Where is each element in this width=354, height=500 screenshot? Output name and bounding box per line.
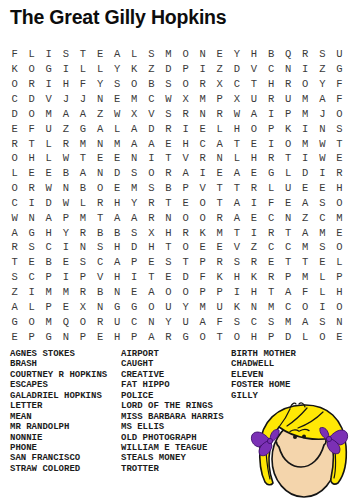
grid-cell[interactable]: I xyxy=(23,196,40,211)
grid-cell[interactable]: V xyxy=(245,62,262,77)
grid-cell[interactable]: L xyxy=(6,166,23,181)
grid-cell[interactable]: S xyxy=(314,314,331,329)
grid-cell[interactable]: M xyxy=(40,106,57,121)
grid-cell[interactable]: M xyxy=(297,106,314,121)
grid-cell[interactable]: O xyxy=(228,329,245,344)
grid-cell[interactable]: H xyxy=(40,225,57,240)
grid-cell[interactable]: M xyxy=(194,299,211,314)
grid-cell[interactable]: A xyxy=(228,166,245,181)
grid-cell[interactable]: Z xyxy=(211,62,228,77)
grid-cell[interactable]: O xyxy=(92,181,109,196)
grid-cell[interactable]: H xyxy=(245,285,262,300)
grid-cell[interactable]: D xyxy=(6,106,23,121)
grid-cell[interactable]: R xyxy=(263,225,280,240)
grid-cell[interactable]: R xyxy=(263,92,280,107)
grid-cell[interactable]: O xyxy=(23,62,40,77)
grid-cell[interactable]: R xyxy=(143,196,160,211)
grid-cell[interactable]: P xyxy=(57,210,74,225)
grid-cell[interactable]: P xyxy=(74,329,91,344)
grid-cell[interactable]: S xyxy=(263,314,280,329)
grid-cell[interactable]: T xyxy=(143,270,160,285)
grid-cell[interactable]: M xyxy=(160,47,177,62)
grid-cell[interactable]: F xyxy=(74,77,91,92)
grid-cell[interactable]: M xyxy=(211,225,228,240)
grid-cell[interactable]: A xyxy=(57,106,74,121)
grid-cell[interactable]: M xyxy=(297,240,314,255)
grid-cell[interactable]: F xyxy=(297,285,314,300)
grid-cell[interactable]: O xyxy=(6,151,23,166)
grid-cell[interactable]: R xyxy=(211,106,228,121)
grid-cell[interactable]: H xyxy=(245,47,262,62)
grid-cell[interactable]: U xyxy=(160,299,177,314)
grid-cell[interactable]: N xyxy=(194,47,211,62)
grid-cell[interactable]: R xyxy=(6,136,23,151)
grid-cell[interactable]: S xyxy=(160,77,177,92)
grid-cell[interactable]: H xyxy=(245,329,262,344)
grid-cell[interactable]: G xyxy=(74,121,91,136)
grid-cell[interactable]: M xyxy=(74,136,91,151)
grid-cell[interactable]: Z xyxy=(6,285,23,300)
grid-cell[interactable]: R xyxy=(160,329,177,344)
grid-cell[interactable]: C xyxy=(263,62,280,77)
grid-cell[interactable]: O xyxy=(177,240,194,255)
grid-cell[interactable]: F xyxy=(263,196,280,211)
grid-cell[interactable]: P xyxy=(40,299,57,314)
grid-cell[interactable]: T xyxy=(228,225,245,240)
grid-cell[interactable]: I xyxy=(314,299,331,314)
grid-cell[interactable]: D xyxy=(228,62,245,77)
grid-cell[interactable]: M xyxy=(194,92,211,107)
grid-cell[interactable]: I xyxy=(57,270,74,285)
grid-cell[interactable]: K xyxy=(126,62,143,77)
grid-cell[interactable]: I xyxy=(297,62,314,77)
grid-cell[interactable]: L xyxy=(331,255,348,270)
grid-cell[interactable]: K xyxy=(245,270,262,285)
grid-cell[interactable]: P xyxy=(194,255,211,270)
grid-cell[interactable]: E xyxy=(263,255,280,270)
grid-cell[interactable]: D xyxy=(126,240,143,255)
grid-cell[interactable]: N xyxy=(194,106,211,121)
grid-cell[interactable]: G xyxy=(6,314,23,329)
grid-cell[interactable]: W xyxy=(109,106,126,121)
grid-cell[interactable]: R xyxy=(74,285,91,300)
grid-cell[interactable]: O xyxy=(74,314,91,329)
grid-cell[interactable]: I xyxy=(228,285,245,300)
grid-cell[interactable]: N xyxy=(211,151,228,166)
grid-cell[interactable]: H xyxy=(109,270,126,285)
grid-cell[interactable]: O xyxy=(245,121,262,136)
grid-cell[interactable]: Y xyxy=(160,314,177,329)
grid-cell[interactable]: T xyxy=(297,255,314,270)
grid-cell[interactable]: V xyxy=(92,270,109,285)
grid-cell[interactable]: O xyxy=(177,77,194,92)
grid-cell[interactable]: O xyxy=(23,106,40,121)
grid-cell[interactable]: E xyxy=(126,285,143,300)
grid-cell[interactable]: C xyxy=(194,136,211,151)
grid-cell[interactable]: T xyxy=(177,255,194,270)
grid-cell[interactable]: H xyxy=(228,121,245,136)
grid-cell[interactable]: J xyxy=(57,92,74,107)
grid-cell[interactable]: S xyxy=(143,47,160,62)
grid-cell[interactable]: T xyxy=(92,210,109,225)
grid-cell[interactable]: I xyxy=(143,151,160,166)
grid-cell[interactable]: C xyxy=(280,240,297,255)
grid-cell[interactable]: P xyxy=(177,181,194,196)
grid-cell[interactable]: H xyxy=(245,151,262,166)
grid-cell[interactable]: V xyxy=(228,240,245,255)
grid-cell[interactable]: G xyxy=(126,299,143,314)
grid-cell[interactable]: E xyxy=(109,181,126,196)
grid-cell[interactable]: L xyxy=(314,285,331,300)
grid-cell[interactable]: A xyxy=(245,106,262,121)
grid-cell[interactable]: O xyxy=(331,299,348,314)
grid-cell[interactable]: Z xyxy=(57,121,74,136)
grid-cell[interactable]: I xyxy=(263,136,280,151)
grid-cell[interactable]: H xyxy=(228,270,245,285)
grid-cell[interactable]: L xyxy=(297,329,314,344)
grid-cell[interactable]: U xyxy=(109,314,126,329)
grid-cell[interactable]: T xyxy=(23,136,40,151)
grid-cell[interactable]: G xyxy=(23,225,40,240)
grid-cell[interactable]: D xyxy=(160,62,177,77)
grid-cell[interactable]: R xyxy=(211,255,228,270)
grid-cell[interactable]: B xyxy=(109,225,126,240)
grid-cell[interactable]: O xyxy=(331,240,348,255)
grid-cell[interactable]: X xyxy=(211,77,228,92)
grid-cell[interactable]: I xyxy=(23,285,40,300)
grid-cell[interactable]: L xyxy=(109,121,126,136)
grid-cell[interactable]: U xyxy=(211,299,228,314)
grid-cell[interactable]: M xyxy=(40,314,57,329)
grid-cell[interactable]: L xyxy=(23,47,40,62)
grid-cell[interactable]: E xyxy=(211,166,228,181)
grid-cell[interactable]: H xyxy=(331,285,348,300)
grid-cell[interactable]: S xyxy=(57,47,74,62)
grid-cell[interactable]: L xyxy=(92,62,109,77)
grid-cell[interactable]: Y xyxy=(177,299,194,314)
grid-cell[interactable]: H xyxy=(177,136,194,151)
grid-cell[interactable]: M xyxy=(297,136,314,151)
grid-cell[interactable]: Y xyxy=(57,225,74,240)
grid-cell[interactable]: R xyxy=(297,47,314,62)
grid-cell[interactable]: W xyxy=(228,106,245,121)
grid-cell[interactable]: D xyxy=(177,270,194,285)
grid-cell[interactable]: R xyxy=(74,225,91,240)
grid-cell[interactable]: O xyxy=(314,329,331,344)
grid-cell[interactable]: G xyxy=(177,329,194,344)
grid-cell[interactable]: A xyxy=(228,210,245,225)
grid-cell[interactable]: F xyxy=(331,77,348,92)
grid-cell[interactable]: D xyxy=(280,329,297,344)
grid-cell[interactable]: I xyxy=(297,151,314,166)
grid-cell[interactable]: Q xyxy=(57,314,74,329)
grid-cell[interactable]: C xyxy=(23,270,40,285)
grid-cell[interactable]: S xyxy=(160,106,177,121)
grid-cell[interactable]: L xyxy=(74,62,91,77)
grid-cell[interactable]: N xyxy=(74,240,91,255)
grid-cell[interactable]: E xyxy=(40,166,57,181)
grid-cell[interactable]: O xyxy=(331,196,348,211)
grid-cell[interactable]: A xyxy=(177,166,194,181)
grid-cell[interactable]: R xyxy=(160,166,177,181)
grid-cell[interactable]: E xyxy=(160,136,177,151)
grid-cell[interactable]: P xyxy=(211,285,228,300)
grid-cell[interactable]: S xyxy=(160,255,177,270)
grid-cell[interactable]: A xyxy=(109,47,126,62)
grid-cell[interactable]: R xyxy=(177,225,194,240)
grid-cell[interactable]: V xyxy=(143,106,160,121)
grid-cell[interactable]: N xyxy=(160,210,177,225)
grid-cell[interactable]: I xyxy=(297,121,314,136)
grid-cell[interactable]: N xyxy=(314,121,331,136)
grid-cell[interactable]: A xyxy=(109,210,126,225)
grid-cell[interactable]: O xyxy=(194,196,211,211)
grid-cell[interactable]: A xyxy=(92,121,109,136)
grid-cell[interactable]: S xyxy=(23,240,40,255)
grid-cell[interactable]: E xyxy=(23,166,40,181)
grid-cell[interactable]: T xyxy=(280,255,297,270)
grid-cell[interactable]: B xyxy=(40,255,57,270)
grid-cell[interactable]: C xyxy=(40,240,57,255)
grid-cell[interactable]: S xyxy=(6,270,23,285)
grid-cell[interactable]: M xyxy=(126,92,143,107)
grid-cell[interactable]: S xyxy=(228,314,245,329)
grid-cell[interactable]: N xyxy=(109,285,126,300)
grid-cell[interactable]: I xyxy=(40,47,57,62)
grid-cell[interactable]: B xyxy=(92,225,109,240)
grid-cell[interactable]: L xyxy=(211,121,228,136)
grid-cell[interactable]: E xyxy=(109,151,126,166)
grid-cell[interactable]: U xyxy=(40,121,57,136)
grid-cell[interactable]: R xyxy=(57,136,74,151)
grid-cell[interactable]: R xyxy=(92,196,109,211)
grid-cell[interactable]: S xyxy=(92,240,109,255)
grid-cell[interactable]: W xyxy=(57,196,74,211)
grid-cell[interactable]: H xyxy=(109,196,126,211)
grid-cell[interactable]: O xyxy=(194,329,211,344)
grid-cell[interactable]: A xyxy=(297,314,314,329)
grid-cell[interactable]: L xyxy=(126,47,143,62)
grid-cell[interactable]: P xyxy=(177,62,194,77)
grid-cell[interactable]: P xyxy=(126,329,143,344)
grid-cell[interactable]: T xyxy=(228,181,245,196)
grid-cell[interactable]: S xyxy=(74,255,91,270)
grid-cell[interactable]: J xyxy=(314,106,331,121)
grid-cell[interactable]: H xyxy=(263,77,280,92)
grid-cell[interactable]: U xyxy=(245,92,262,107)
grid-cell[interactable]: N xyxy=(57,181,74,196)
grid-cell[interactable]: W xyxy=(40,181,57,196)
grid-cell[interactable]: H xyxy=(23,151,40,166)
grid-cell[interactable]: E xyxy=(92,47,109,62)
grid-cell[interactable]: A xyxy=(74,106,91,121)
grid-cell[interactable]: Y xyxy=(109,62,126,77)
grid-cell[interactable]: N xyxy=(57,329,74,344)
grid-cell[interactable]: X xyxy=(143,225,160,240)
grid-cell[interactable]: P xyxy=(263,121,280,136)
grid-cell[interactable]: T xyxy=(245,77,262,92)
grid-cell[interactable]: E xyxy=(143,255,160,270)
grid-cell[interactable]: L xyxy=(263,181,280,196)
grid-cell[interactable]: F xyxy=(194,270,211,285)
grid-cell[interactable]: T xyxy=(280,151,297,166)
grid-cell[interactable]: D xyxy=(143,121,160,136)
grid-cell[interactable]: T xyxy=(331,136,348,151)
grid-cell[interactable]: P xyxy=(126,255,143,270)
grid-cell[interactable]: C xyxy=(280,299,297,314)
grid-cell[interactable]: R xyxy=(23,77,40,92)
grid-cell[interactable]: L xyxy=(40,136,57,151)
grid-cell[interactable]: Z xyxy=(245,240,262,255)
grid-cell[interactable]: E xyxy=(314,181,331,196)
grid-cell[interactable]: E xyxy=(109,92,126,107)
grid-cell[interactable]: E xyxy=(280,196,297,211)
grid-cell[interactable]: E xyxy=(6,121,23,136)
grid-cell[interactable]: Q xyxy=(280,47,297,62)
grid-cell[interactable]: Z xyxy=(314,62,331,77)
grid-cell[interactable]: P xyxy=(263,329,280,344)
grid-cell[interactable]: T xyxy=(263,285,280,300)
grid-cell[interactable]: A xyxy=(143,136,160,151)
grid-cell[interactable]: E xyxy=(194,240,211,255)
grid-cell[interactable]: U xyxy=(280,92,297,107)
grid-cell[interactable]: B xyxy=(143,77,160,92)
grid-cell[interactable]: E xyxy=(92,329,109,344)
grid-cell[interactable]: F xyxy=(331,92,348,107)
grid-cell[interactable]: B xyxy=(160,181,177,196)
grid-cell[interactable]: B xyxy=(74,181,91,196)
grid-cell[interactable]: C xyxy=(245,314,262,329)
grid-cell[interactable]: M xyxy=(297,92,314,107)
grid-cell[interactable]: F xyxy=(211,314,228,329)
grid-cell[interactable]: K xyxy=(228,299,245,314)
grid-cell[interactable]: A xyxy=(126,136,143,151)
grid-cell[interactable]: P xyxy=(280,270,297,285)
grid-cell[interactable]: H xyxy=(109,329,126,344)
grid-cell[interactable]: C xyxy=(263,240,280,255)
grid-cell[interactable]: C xyxy=(92,255,109,270)
grid-cell[interactable]: E xyxy=(297,181,314,196)
grid-cell[interactable]: D xyxy=(109,166,126,181)
grid-cell[interactable]: I xyxy=(314,166,331,181)
grid-cell[interactable]: M xyxy=(40,285,57,300)
grid-cell[interactable]: R xyxy=(280,77,297,92)
grid-cell[interactable]: O xyxy=(177,210,194,225)
grid-cell[interactable]: T xyxy=(74,151,91,166)
grid-cell[interactable]: A xyxy=(297,196,314,211)
grid-cell[interactable]: L xyxy=(280,166,297,181)
grid-cell[interactable]: L xyxy=(40,151,57,166)
grid-cell[interactable]: J xyxy=(74,92,91,107)
grid-cell[interactable]: H xyxy=(160,225,177,240)
grid-cell[interactable]: C xyxy=(6,196,23,211)
grid-cell[interactable]: K xyxy=(280,121,297,136)
grid-cell[interactable]: Y xyxy=(228,47,245,62)
grid-cell[interactable]: E xyxy=(57,255,74,270)
grid-cell[interactable]: M xyxy=(280,314,297,329)
grid-cell[interactable]: T xyxy=(228,136,245,151)
grid-cell[interactable]: O xyxy=(331,106,348,121)
grid-cell[interactable]: C xyxy=(228,77,245,92)
grid-cell[interactable]: I xyxy=(57,62,74,77)
grid-cell[interactable]: X xyxy=(177,92,194,107)
grid-cell[interactable]: D xyxy=(23,92,40,107)
grid-cell[interactable]: R xyxy=(194,77,211,92)
grid-cell[interactable]: G xyxy=(109,299,126,314)
grid-cell[interactable]: N xyxy=(23,210,40,225)
grid-cell[interactable]: C xyxy=(143,92,160,107)
grid-cell[interactable]: Y xyxy=(314,77,331,92)
grid-cell[interactable]: A xyxy=(194,314,211,329)
grid-cell[interactable]: O xyxy=(177,285,194,300)
grid-cell[interactable]: X xyxy=(74,299,91,314)
grid-cell[interactable]: E xyxy=(331,329,348,344)
grid-cell[interactable]: N xyxy=(331,314,348,329)
grid-cell[interactable]: C xyxy=(314,210,331,225)
grid-cell[interactable]: E xyxy=(194,121,211,136)
grid-cell[interactable]: R xyxy=(23,181,40,196)
grid-cell[interactable]: A xyxy=(109,255,126,270)
grid-cell[interactable]: H xyxy=(57,77,74,92)
grid-cell[interactable]: E xyxy=(314,255,331,270)
grid-cell[interactable]: E xyxy=(245,166,262,181)
grid-cell[interactable]: G xyxy=(263,166,280,181)
grid-cell[interactable]: I xyxy=(245,196,262,211)
grid-cell[interactable]: G xyxy=(40,329,57,344)
grid-cell[interactable]: I xyxy=(40,77,57,92)
grid-cell[interactable]: N xyxy=(92,166,109,181)
grid-cell[interactable]: R xyxy=(143,210,160,225)
grid-cell[interactable]: E xyxy=(177,196,194,211)
grid-cell[interactable]: N xyxy=(245,299,262,314)
grid-cell[interactable]: R xyxy=(245,181,262,196)
grid-cell[interactable]: A xyxy=(143,285,160,300)
grid-cell[interactable]: X xyxy=(126,106,143,121)
grid-cell[interactable]: T xyxy=(6,255,23,270)
grid-cell[interactable]: L xyxy=(228,151,245,166)
grid-cell[interactable]: N xyxy=(92,92,109,107)
grid-cell[interactable]: I xyxy=(194,166,211,181)
grid-cell[interactable]: H xyxy=(109,240,126,255)
grid-cell[interactable]: S xyxy=(126,166,143,181)
grid-cell[interactable]: P xyxy=(331,270,348,285)
grid-cell[interactable]: S xyxy=(126,225,143,240)
grid-cell[interactable]: N xyxy=(126,151,143,166)
grid-cell[interactable]: E xyxy=(245,210,262,225)
grid-cell[interactable]: O xyxy=(297,299,314,314)
grid-cell[interactable]: B xyxy=(263,47,280,62)
grid-cell[interactable]: E xyxy=(245,136,262,151)
grid-cell[interactable]: A xyxy=(211,136,228,151)
grid-cell[interactable]: I xyxy=(263,106,280,121)
grid-cell[interactable]: E xyxy=(160,270,177,285)
grid-cell[interactable]: U xyxy=(177,314,194,329)
grid-cell[interactable]: Z xyxy=(297,210,314,225)
grid-cell[interactable]: O xyxy=(126,77,143,92)
grid-cell[interactable]: M xyxy=(314,225,331,240)
grid-cell[interactable]: O xyxy=(6,181,23,196)
grid-cell[interactable]: T xyxy=(211,181,228,196)
grid-cell[interactable]: R xyxy=(263,270,280,285)
grid-cell[interactable]: M xyxy=(74,210,91,225)
grid-cell[interactable]: P xyxy=(40,270,57,285)
grid-cell[interactable]: T xyxy=(160,196,177,211)
grid-cell[interactable]: W xyxy=(314,151,331,166)
grid-cell[interactable]: D xyxy=(40,196,57,211)
grid-cell[interactable]: C xyxy=(6,92,23,107)
grid-cell[interactable]: W xyxy=(6,210,23,225)
grid-cell[interactable]: A xyxy=(280,285,297,300)
